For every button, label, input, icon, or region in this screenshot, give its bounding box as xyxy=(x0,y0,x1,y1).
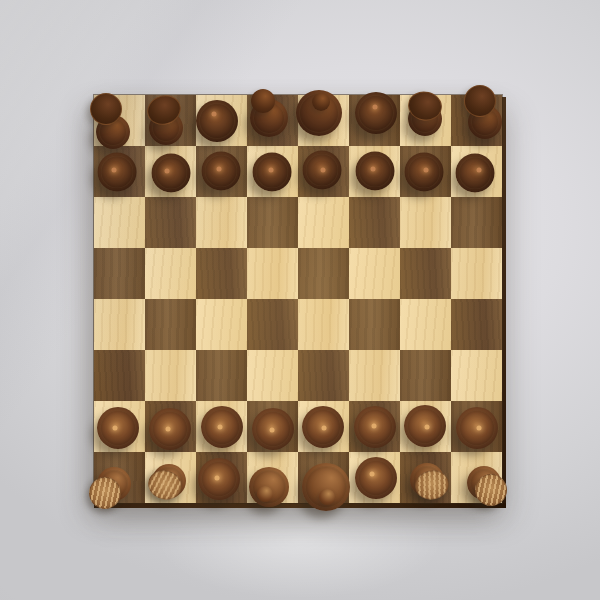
piece-white-queen-d1[interactable]: ♕ xyxy=(247,452,298,503)
piece-black-pawn-f7[interactable]: ♟ xyxy=(349,146,400,197)
piece-body xyxy=(97,407,139,449)
piece-white-rook-h1[interactable]: ♖ xyxy=(451,452,502,503)
piece-face xyxy=(464,85,496,117)
piece-body xyxy=(455,153,494,192)
piece-body xyxy=(355,151,394,190)
piece-apex xyxy=(111,167,116,172)
piece-apex xyxy=(164,168,169,173)
chess-board: ♜♞♝♛♚♝♞♜♟♟♟♟♟♟♟♟♙♙♙♙♙♙♙♙♖♘♗♕♔♗♘♖ xyxy=(94,95,502,503)
piece-layer: ♜♞♝♛♚♝♞♜♟♟♟♟♟♟♟♟♙♙♙♙♙♙♙♙♖♘♗♕♔♗♘♖ xyxy=(94,95,502,503)
piece-black-bishop-c8[interactable]: ♝ xyxy=(196,95,247,146)
piece-white-rook-a1[interactable]: ♖ xyxy=(94,452,145,503)
piece-black-knight-g8[interactable]: ♞ xyxy=(400,95,451,146)
piece-body xyxy=(201,151,240,190)
piece-black-pawn-g7[interactable]: ♟ xyxy=(400,146,451,197)
piece-apex xyxy=(214,475,219,480)
piece-body xyxy=(97,152,136,191)
piece-apex xyxy=(476,425,481,430)
piece-apex xyxy=(268,167,273,172)
piece-white-pawn-a2[interactable]: ♙ xyxy=(94,401,145,452)
piece-knob xyxy=(257,486,273,502)
photo-backdrop: ♜♞♝♛♚♝♞♜♟♟♟♟♟♟♟♟♙♙♙♙♙♙♙♙♖♘♗♕♔♗♘♖ xyxy=(0,0,600,600)
board-right-edge xyxy=(502,97,506,504)
piece-knob xyxy=(319,489,335,505)
piece-body xyxy=(355,92,397,134)
piece-apex xyxy=(320,167,325,172)
piece-body xyxy=(196,100,238,142)
piece-black-pawn-a7[interactable]: ♟ xyxy=(94,146,145,197)
piece-apex xyxy=(476,167,481,172)
piece-apex xyxy=(372,104,377,109)
piece-knob xyxy=(312,93,330,111)
piece-white-bishop-f1[interactable]: ♗ xyxy=(349,452,400,503)
piece-black-queen-d8[interactable]: ♛ xyxy=(247,95,298,146)
piece-white-pawn-g2[interactable]: ♙ xyxy=(400,401,451,452)
piece-black-pawn-d7[interactable]: ♟ xyxy=(247,146,298,197)
piece-black-king-e8[interactable]: ♚ xyxy=(298,95,349,146)
piece-white-knight-b1[interactable]: ♘ xyxy=(145,452,196,503)
piece-apex xyxy=(321,425,326,430)
piece-apex xyxy=(112,425,117,430)
piece-apex xyxy=(165,426,170,431)
piece-white-pawn-c2[interactable]: ♙ xyxy=(196,401,247,452)
piece-white-knight-g1[interactable]: ♘ xyxy=(400,452,451,503)
piece-apex xyxy=(371,423,376,428)
piece-black-rook-h8[interactable]: ♜ xyxy=(451,95,502,146)
piece-apex xyxy=(423,167,428,172)
piece-apex xyxy=(216,166,221,171)
piece-face xyxy=(90,93,122,125)
piece-body xyxy=(355,457,397,499)
piece-white-pawn-e2[interactable]: ♙ xyxy=(298,401,349,452)
piece-black-rook-a8[interactable]: ♜ xyxy=(94,95,145,146)
piece-white-pawn-d2[interactable]: ♙ xyxy=(247,401,298,452)
piece-white-pawn-h2[interactable]: ♙ xyxy=(451,401,502,452)
piece-face xyxy=(89,477,121,509)
piece-black-bishop-f8[interactable]: ♝ xyxy=(349,95,400,146)
piece-white-king-e1[interactable]: ♔ xyxy=(298,452,349,503)
piece-black-pawn-h7[interactable]: ♟ xyxy=(451,146,502,197)
piece-apex xyxy=(424,424,429,429)
piece-apex xyxy=(211,111,216,116)
piece-white-bishop-c1[interactable]: ♗ xyxy=(196,452,247,503)
piece-apex xyxy=(269,427,274,432)
board-bottom-edge xyxy=(94,503,506,508)
piece-black-pawn-e7[interactable]: ♟ xyxy=(298,146,349,197)
piece-body xyxy=(151,153,190,192)
piece-black-pawn-c7[interactable]: ♟ xyxy=(196,146,247,197)
piece-apex xyxy=(369,471,374,476)
piece-black-knight-b8[interactable]: ♞ xyxy=(145,95,196,146)
piece-face xyxy=(475,474,507,506)
piece-apex xyxy=(217,424,222,429)
piece-apex xyxy=(370,166,375,171)
piece-white-pawn-f2[interactable]: ♙ xyxy=(349,401,400,452)
piece-white-pawn-b2[interactable]: ♙ xyxy=(145,401,196,452)
piece-knob xyxy=(251,89,275,113)
piece-black-pawn-b7[interactable]: ♟ xyxy=(145,146,196,197)
